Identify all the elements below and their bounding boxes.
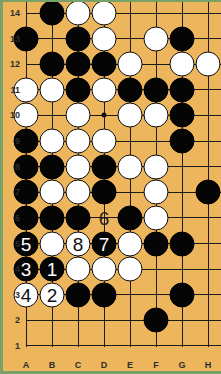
white-stone-E10[interactable] <box>118 103 143 128</box>
white-stone-D4[interactable] <box>92 257 117 282</box>
row-label-1: 1 <box>3 341 20 351</box>
row-label-6: 6 <box>3 213 20 223</box>
row-label-7: 7 <box>3 187 20 197</box>
black-stone-B4[interactable]: 1 <box>40 257 65 282</box>
col-label-F: F <box>153 360 159 370</box>
row-label-12: 12 <box>3 59 20 69</box>
white-stone-F10[interactable] <box>144 103 169 128</box>
white-stone-B5[interactable] <box>40 231 65 256</box>
black-stone-E6[interactable] <box>118 205 143 230</box>
col-label-E: E <box>127 360 133 370</box>
black-stone-F5[interactable] <box>144 231 169 256</box>
move-number-label: 2 <box>47 285 58 304</box>
white-stone-C8[interactable] <box>66 154 91 179</box>
black-stone-F11[interactable] <box>144 77 169 102</box>
white-stone-C14[interactable] <box>66 2 91 26</box>
black-stone-E11[interactable] <box>118 77 143 102</box>
row-label-5: 5 <box>3 239 20 249</box>
row-label-13: 13 <box>3 34 20 44</box>
move-number-label: 7 <box>99 234 110 253</box>
white-stone-B11[interactable] <box>40 77 65 102</box>
row-label-2: 2 <box>3 315 20 325</box>
col-label-D: D <box>101 360 108 370</box>
row-label-8: 8 <box>3 162 20 172</box>
col-label-A: A <box>23 360 30 370</box>
white-stone-F7[interactable] <box>144 180 169 205</box>
black-stone-G13[interactable] <box>170 26 195 51</box>
row-label-9: 9 <box>3 136 20 146</box>
white-stone-D11[interactable] <box>92 77 117 102</box>
white-stone-G12[interactable] <box>170 52 195 77</box>
white-stone-C7[interactable] <box>66 180 91 205</box>
row-label-10: 10 <box>3 110 20 120</box>
white-stone-F8[interactable] <box>144 154 169 179</box>
move-number-label: 8 <box>73 234 84 253</box>
black-stone-C12[interactable] <box>66 52 91 77</box>
black-stone-B6[interactable] <box>40 205 65 230</box>
black-stone-C13[interactable] <box>66 26 91 51</box>
white-stone-F6[interactable] <box>144 205 169 230</box>
black-stone-C3[interactable] <box>66 282 91 307</box>
black-stone-B14[interactable] <box>40 2 65 26</box>
black-stone-D7[interactable] <box>92 180 117 205</box>
white-stone-C4[interactable] <box>66 257 91 282</box>
white-stone-C10[interactable] <box>66 103 91 128</box>
white-stone-B9[interactable] <box>40 129 65 154</box>
white-stone-E12[interactable] <box>118 52 143 77</box>
col-label-H: H <box>205 360 212 370</box>
black-stone-G9[interactable] <box>170 129 195 154</box>
row-label-11: 11 <box>3 85 20 95</box>
white-stone-B7[interactable] <box>40 180 65 205</box>
col-label-C: C <box>75 360 82 370</box>
white-stone-B3[interactable]: 2 <box>40 282 65 307</box>
white-stone-E4[interactable] <box>118 257 143 282</box>
white-stone-D9[interactable] <box>92 129 117 154</box>
black-stone-G5[interactable] <box>170 231 195 256</box>
white-stone-H12[interactable] <box>196 52 221 77</box>
white-stone-D14[interactable] <box>92 2 117 26</box>
black-stone-D8[interactable] <box>92 154 117 179</box>
move-number-label: 5 <box>21 234 32 253</box>
black-stone-C6[interactable] <box>66 205 91 230</box>
white-stone-C5[interactable]: 8 <box>66 231 91 256</box>
black-stone-B8[interactable] <box>40 154 65 179</box>
go-board[interactable]: 587314261413121110987654321ABCDEFGH <box>3 2 221 371</box>
white-stone-E5[interactable] <box>118 231 143 256</box>
black-stone-C11[interactable] <box>66 77 91 102</box>
white-stone-C9[interactable] <box>66 129 91 154</box>
grid-line-horizontal <box>26 345 221 346</box>
row-label-14: 14 <box>3 8 20 18</box>
white-stone-F13[interactable] <box>144 26 169 51</box>
go-board-diagram: 587314261413121110987654321ABCDEFGH <box>0 0 221 374</box>
black-stone-D5[interactable]: 7 <box>92 231 117 256</box>
grid-line-horizontal <box>26 320 221 321</box>
move-number-label: 4 <box>21 285 32 304</box>
move-number-label: 3 <box>21 260 32 279</box>
col-label-G: G <box>178 360 185 370</box>
move-number-on-empty-point-D6[interactable]: 6 <box>99 208 110 227</box>
black-stone-F2[interactable] <box>144 308 169 333</box>
black-stone-G3[interactable] <box>170 282 195 307</box>
black-stone-G11[interactable] <box>170 77 195 102</box>
white-stone-D13[interactable] <box>92 26 117 51</box>
black-stone-D12[interactable] <box>92 52 117 77</box>
col-label-B: B <box>49 360 56 370</box>
row-label-3: 3 <box>3 290 20 300</box>
black-stone-D3[interactable] <box>92 282 117 307</box>
black-stone-B12[interactable] <box>40 52 65 77</box>
white-stone-E8[interactable] <box>118 154 143 179</box>
row-label-4: 4 <box>3 264 20 274</box>
star-point-D10 <box>102 113 107 118</box>
black-stone-G10[interactable] <box>170 103 195 128</box>
black-stone-H7[interactable] <box>196 180 221 205</box>
move-number-label: 1 <box>47 260 58 279</box>
